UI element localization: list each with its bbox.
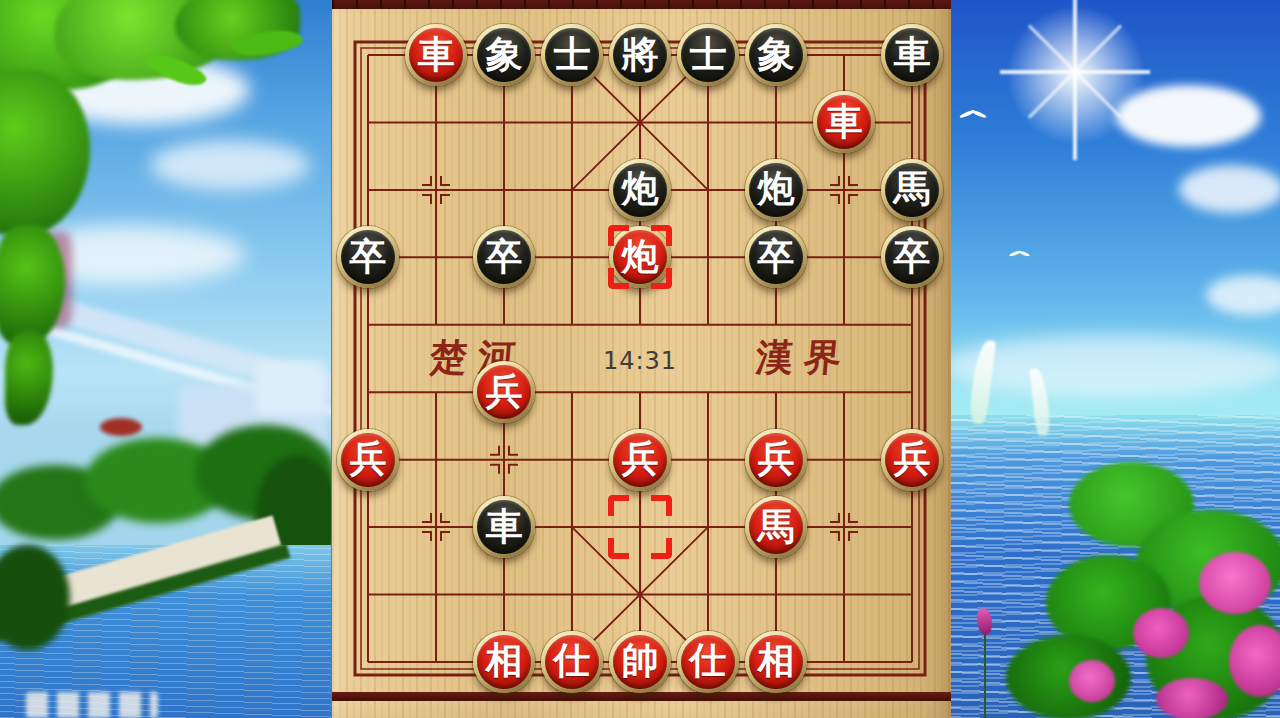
piece-red-chariot[interactable]: 車 bbox=[405, 24, 467, 86]
piece-red-soldier[interactable]: 兵 bbox=[881, 429, 943, 491]
lotus-flower bbox=[1199, 552, 1271, 614]
piece-glyph: 象 bbox=[486, 36, 523, 73]
board-top-edge bbox=[332, 0, 952, 9]
piece-glyph: 象 bbox=[758, 36, 795, 73]
piece-red-advisor[interactable]: 仕 bbox=[677, 631, 739, 693]
piece-glyph: 車 bbox=[826, 103, 863, 140]
piece-face: 帥 bbox=[613, 635, 667, 689]
piece-face: 兵 bbox=[749, 433, 803, 487]
piece-black-general[interactable]: 將 bbox=[609, 24, 671, 86]
piece-glyph: 士 bbox=[690, 36, 727, 73]
piece-red-chariot[interactable]: 車 bbox=[813, 91, 875, 153]
xiangqi-board[interactable]: 楚河 14:31 漢界 車象士將士象車車炮炮馬卒卒炮卒卒兵兵兵兵兵車馬相仕帥仕相 bbox=[331, 0, 953, 718]
piece-red-soldier[interactable]: 兵 bbox=[609, 429, 671, 491]
cloud bbox=[1116, 85, 1261, 147]
piece-black-soldier[interactable]: 卒 bbox=[745, 226, 807, 288]
piece-glyph: 炮 bbox=[622, 238, 659, 275]
piece-face: 象 bbox=[477, 28, 531, 82]
piece-glyph: 馬 bbox=[894, 170, 931, 207]
piece-glyph: 車 bbox=[894, 36, 931, 73]
piece-face: 卒 bbox=[749, 230, 803, 284]
piece-red-general[interactable]: 帥 bbox=[609, 631, 671, 693]
cloud bbox=[150, 140, 310, 190]
piece-glyph: 車 bbox=[486, 508, 523, 545]
piece-red-elephant[interactable]: 相 bbox=[473, 631, 535, 693]
piece-black-soldier[interactable]: 卒 bbox=[473, 226, 535, 288]
cloud bbox=[1179, 165, 1280, 213]
piece-face: 炮 bbox=[749, 163, 803, 217]
game-clock: 14:31 bbox=[603, 347, 677, 375]
piece-face: 卒 bbox=[885, 230, 939, 284]
piece-glyph: 馬 bbox=[758, 508, 795, 545]
piece-face: 車 bbox=[885, 28, 939, 82]
piece-black-soldier[interactable]: 卒 bbox=[881, 226, 943, 288]
piece-glyph: 卒 bbox=[758, 238, 795, 275]
piece-glyph: 仕 bbox=[554, 642, 591, 679]
piece-red-cannon[interactable]: 炮 bbox=[609, 226, 671, 288]
piece-glyph: 帥 bbox=[622, 642, 659, 679]
piece-face: 車 bbox=[409, 28, 463, 82]
piece-face: 炮 bbox=[613, 163, 667, 217]
piece-face: 車 bbox=[477, 500, 531, 554]
board-bottom-edge bbox=[332, 692, 952, 701]
piece-face: 士 bbox=[681, 28, 735, 82]
piece-glyph: 兵 bbox=[758, 440, 795, 477]
piece-face: 兵 bbox=[341, 433, 395, 487]
piece-face: 馬 bbox=[885, 163, 939, 217]
piece-glyph: 兵 bbox=[622, 440, 659, 477]
piece-face: 兵 bbox=[477, 365, 531, 419]
piece-black-horse[interactable]: 馬 bbox=[881, 159, 943, 221]
piece-red-soldier[interactable]: 兵 bbox=[337, 429, 399, 491]
piece-black-cannon[interactable]: 炮 bbox=[609, 159, 671, 221]
piece-face: 士 bbox=[545, 28, 599, 82]
cloud-band bbox=[951, 335, 1280, 397]
piece-red-elephant[interactable]: 相 bbox=[745, 631, 807, 693]
piece-face: 兵 bbox=[613, 433, 667, 487]
piece-glyph: 將 bbox=[622, 36, 659, 73]
piece-red-soldier[interactable]: 兵 bbox=[473, 361, 535, 423]
piece-red-advisor[interactable]: 仕 bbox=[541, 631, 603, 693]
piece-face: 卒 bbox=[341, 230, 395, 284]
piece-red-horse[interactable]: 馬 bbox=[745, 496, 807, 558]
piece-face: 仕 bbox=[545, 635, 599, 689]
piece-glyph: 炮 bbox=[758, 170, 795, 207]
piece-glyph: 兵 bbox=[486, 373, 523, 410]
piece-glyph: 卒 bbox=[894, 238, 931, 275]
screenshot-root: 楚河 14:31 漢界 車象士將士象車車炮炮馬卒卒炮卒卒兵兵兵兵兵車馬相仕帥仕相 bbox=[0, 0, 1280, 718]
piece-glyph: 炮 bbox=[622, 170, 659, 207]
lotus-bud-stem bbox=[984, 630, 986, 718]
piece-glyph: 相 bbox=[758, 642, 795, 679]
piece-black-advisor[interactable]: 士 bbox=[541, 24, 603, 86]
piece-black-elephant[interactable]: 象 bbox=[473, 24, 535, 86]
piece-glyph: 兵 bbox=[894, 440, 931, 477]
lotus-flower bbox=[1156, 678, 1228, 718]
piece-glyph: 卒 bbox=[350, 238, 387, 275]
piece-black-cannon[interactable]: 炮 bbox=[745, 159, 807, 221]
piece-glyph: 士 bbox=[554, 36, 591, 73]
piece-face: 象 bbox=[749, 28, 803, 82]
left-scenery bbox=[0, 0, 331, 718]
piece-glyph: 相 bbox=[486, 642, 523, 679]
piece-face: 馬 bbox=[749, 500, 803, 554]
piece-glyph: 車 bbox=[418, 36, 455, 73]
piece-black-soldier[interactable]: 卒 bbox=[337, 226, 399, 288]
river-label-hanjie: 漢界 bbox=[748, 333, 854, 383]
piece-black-chariot[interactable]: 車 bbox=[473, 496, 535, 558]
piece-face: 車 bbox=[817, 95, 871, 149]
piece-red-soldier[interactable]: 兵 bbox=[745, 429, 807, 491]
watermark bbox=[26, 692, 158, 718]
right-scenery bbox=[951, 0, 1280, 718]
piece-face: 將 bbox=[613, 28, 667, 82]
piece-black-elephant[interactable]: 象 bbox=[745, 24, 807, 86]
piece-glyph: 兵 bbox=[350, 440, 387, 477]
lotus-flower bbox=[1133, 608, 1189, 658]
piece-face: 相 bbox=[477, 635, 531, 689]
pavilion-roof bbox=[100, 418, 142, 436]
piece-glyph: 卒 bbox=[486, 238, 523, 275]
buildings bbox=[255, 360, 325, 415]
sun-ray bbox=[1073, 0, 1077, 160]
piece-face: 相 bbox=[749, 635, 803, 689]
piece-black-chariot[interactable]: 車 bbox=[881, 24, 943, 86]
piece-face: 仕 bbox=[681, 635, 735, 689]
piece-face: 兵 bbox=[885, 433, 939, 487]
piece-black-advisor[interactable]: 士 bbox=[677, 24, 739, 86]
piece-face: 炮 bbox=[613, 230, 667, 284]
piece-face: 卒 bbox=[477, 230, 531, 284]
lotus-flower bbox=[1069, 660, 1115, 702]
piece-glyph: 仕 bbox=[690, 642, 727, 679]
